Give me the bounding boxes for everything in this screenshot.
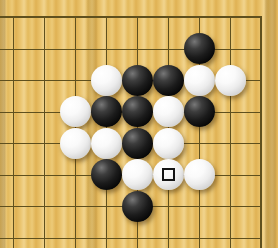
board-edge-right	[260, 16, 262, 248]
black-stone[interactable]	[153, 65, 184, 96]
white-stone[interactable]	[60, 128, 91, 159]
white-stone[interactable]	[122, 159, 153, 190]
grid-line-horizontal	[0, 49, 262, 50]
white-stone[interactable]	[91, 65, 122, 96]
black-stone[interactable]	[122, 128, 153, 159]
white-stone[interactable]	[184, 65, 215, 96]
white-stone[interactable]	[153, 128, 184, 159]
white-stone[interactable]	[91, 128, 122, 159]
board-edge-top	[0, 16, 262, 18]
black-stone[interactable]	[91, 159, 122, 190]
square-marker	[162, 168, 175, 181]
white-stone[interactable]	[215, 65, 246, 96]
black-stone[interactable]	[91, 96, 122, 127]
grid-line-vertical	[230, 16, 231, 248]
black-stone[interactable]	[122, 65, 153, 96]
white-stone[interactable]	[184, 159, 215, 190]
black-stone[interactable]	[184, 33, 215, 64]
black-stone[interactable]	[122, 96, 153, 127]
go-board[interactable]	[0, 0, 278, 248]
black-stone[interactable]	[122, 191, 153, 222]
grid-line-vertical	[44, 16, 45, 248]
white-stone[interactable]	[60, 96, 91, 127]
white-stone[interactable]	[153, 96, 184, 127]
black-stone[interactable]	[184, 96, 215, 127]
grid-line-vertical	[13, 16, 14, 248]
grid-line-horizontal	[0, 238, 262, 239]
